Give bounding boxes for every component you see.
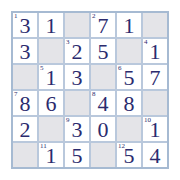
- cell-digit: 6: [46, 91, 57, 115]
- grid-cell-r2c4[interactable]: 5: [91, 39, 115, 63]
- clue-number: 2: [92, 12, 96, 20]
- cell-digit: 1: [124, 13, 135, 37]
- grid-cell-r5c4[interactable]: 0: [91, 117, 115, 141]
- clue-number: 9: [66, 116, 70, 124]
- cell-digit: 3: [20, 39, 31, 63]
- grid-cell-r5c3[interactable]: 93: [65, 117, 89, 141]
- cell-digit: 4: [150, 143, 161, 167]
- grid-cell-r1c5[interactable]: 1: [117, 13, 141, 37]
- cell-digit: 5: [98, 39, 109, 63]
- grid-cell-r2c2: [39, 39, 63, 63]
- cell-digit: 3: [72, 117, 83, 141]
- grid-cell-r5c5: [117, 117, 141, 141]
- clue-number: 3: [66, 38, 70, 46]
- grid-cell-r3c5[interactable]: 65: [117, 65, 141, 89]
- grid-cell-r4c2[interactable]: 6: [39, 91, 63, 115]
- clue-number: 1: [14, 12, 18, 20]
- grid-cell-r6c2[interactable]: 111: [39, 143, 63, 167]
- grid-cell-r5c2: [39, 117, 63, 141]
- grid-cell-r6c1: [13, 143, 37, 167]
- clue-number: 6: [118, 64, 122, 72]
- puzzle-grid: 131271332541513657786848293010111151254: [11, 11, 169, 169]
- grid-cell-r3c1: [13, 65, 37, 89]
- grid-cell-r4c6: [143, 91, 167, 115]
- grid-cell-r3c4: [91, 65, 115, 89]
- cell-digit: 1: [150, 117, 161, 141]
- cell-digit: 1: [46, 13, 57, 37]
- cell-digit: 8: [124, 91, 135, 115]
- cell-digit: 2: [20, 117, 31, 141]
- grid-cell-r2c3[interactable]: 32: [65, 39, 89, 63]
- cell-digit: 7: [150, 65, 161, 89]
- cell-digit: 0: [98, 117, 109, 141]
- cell-digit: 8: [20, 91, 31, 115]
- clue-number: 5: [40, 64, 44, 72]
- grid-cell-r1c6: [143, 13, 167, 37]
- grid-cell-r2c6[interactable]: 41: [143, 39, 167, 63]
- clue-number: 11: [40, 142, 47, 150]
- grid-cell-r6c6[interactable]: 4: [143, 143, 167, 167]
- grid-cell-r1c4[interactable]: 27: [91, 13, 115, 37]
- cell-digit: 2: [72, 39, 83, 63]
- grid-cell-r5c1[interactable]: 2: [13, 117, 37, 141]
- cell-digit: 1: [46, 143, 57, 167]
- grid-cell-r6c4: [91, 143, 115, 167]
- clue-number: 7: [14, 90, 18, 98]
- grid-cell-r5c6[interactable]: 101: [143, 117, 167, 141]
- cell-digit: 1: [46, 65, 57, 89]
- clue-number: 10: [144, 116, 151, 124]
- grid-cell-r6c5[interactable]: 125: [117, 143, 141, 167]
- grid-cell-r6c3[interactable]: 5: [65, 143, 89, 167]
- grid-cell-r4c1[interactable]: 78: [13, 91, 37, 115]
- cell-digit: 3: [20, 13, 31, 37]
- grid-cell-r1c3: [65, 13, 89, 37]
- cell-digit: 5: [124, 65, 135, 89]
- clue-number: 8: [92, 90, 96, 98]
- cell-digit: 1: [150, 39, 161, 63]
- grid-cell-r1c2[interactable]: 1: [39, 13, 63, 37]
- grid-cell-r3c6[interactable]: 7: [143, 65, 167, 89]
- grid-cell-r4c4[interactable]: 84: [91, 91, 115, 115]
- grid-cell-r1c1[interactable]: 13: [13, 13, 37, 37]
- cell-digit: 7: [98, 13, 109, 37]
- cell-digit: 3: [72, 65, 83, 89]
- grid-cell-r3c3[interactable]: 3: [65, 65, 89, 89]
- grid-cell-r2c1[interactable]: 3: [13, 39, 37, 63]
- clue-number: 12: [118, 142, 125, 150]
- puzzle-page: 131271332541513657786848293010111151254: [0, 0, 180, 180]
- grid-cell-r4c5[interactable]: 8: [117, 91, 141, 115]
- grid-cell-r2c5: [117, 39, 141, 63]
- cell-digit: 5: [124, 143, 135, 167]
- clue-number: 4: [144, 38, 148, 46]
- cell-digit: 4: [98, 91, 109, 115]
- cell-digit: 5: [72, 143, 83, 167]
- grid-cell-r3c2[interactable]: 51: [39, 65, 63, 89]
- grid-cell-r4c3: [65, 91, 89, 115]
